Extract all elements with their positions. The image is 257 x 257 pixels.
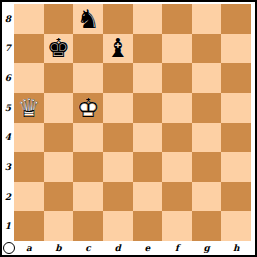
square-h3[interactable] [221,152,251,182]
square-b3[interactable] [44,152,74,182]
file-label-g: g [192,241,222,255]
square-a1[interactable] [14,211,44,241]
rank-labels: 87654321 [2,4,14,241]
rank-label-8: 8 [2,4,14,34]
rank-label-5: 5 [2,93,14,123]
square-b2[interactable] [44,182,74,212]
square-b7[interactable]: ♚ [44,34,74,64]
square-h1[interactable] [221,211,251,241]
square-e3[interactable] [133,152,163,182]
square-g3[interactable] [192,152,222,182]
file-label-c: c [73,241,103,255]
rank-label-1: 1 [2,211,14,241]
square-e7[interactable] [133,34,163,64]
square-c5[interactable]: ♚♔ [73,93,103,123]
square-h8[interactable] [221,4,251,34]
square-e4[interactable] [133,123,163,153]
square-f7[interactable] [162,34,192,64]
square-h4[interactable] [221,123,251,153]
square-a3[interactable] [14,152,44,182]
square-b6[interactable] [44,63,74,93]
rank-label-6: 6 [2,63,14,93]
square-a4[interactable] [14,123,44,153]
square-h2[interactable] [221,182,251,212]
square-d1[interactable] [103,211,133,241]
square-g4[interactable] [192,123,222,153]
file-label-e: e [133,241,163,255]
rank-label-4: 4 [2,123,14,153]
square-a6[interactable] [14,63,44,93]
file-label-f: f [162,241,192,255]
square-h7[interactable] [221,34,251,64]
square-c7[interactable] [73,34,103,64]
black-king[interactable]: ♚ [44,34,74,64]
square-c2[interactable] [73,182,103,212]
square-g5[interactable] [192,93,222,123]
square-g7[interactable] [192,34,222,64]
rank-label-2: 2 [2,182,14,212]
square-e6[interactable] [133,63,163,93]
square-g2[interactable] [192,182,222,212]
square-h6[interactable] [221,63,251,93]
square-e1[interactable] [133,211,163,241]
square-g6[interactable] [192,63,222,93]
square-g1[interactable] [192,211,222,241]
square-b5[interactable] [44,93,74,123]
square-f2[interactable] [162,182,192,212]
white-king[interactable]: ♚♔ [73,93,103,123]
square-f4[interactable] [162,123,192,153]
file-labels: abcdefgh [14,241,251,255]
square-c3[interactable] [73,152,103,182]
square-f3[interactable] [162,152,192,182]
square-d2[interactable] [103,182,133,212]
rank-label-7: 7 [2,34,14,64]
white-to-move-indicator [3,242,15,254]
square-d8[interactable] [103,4,133,34]
square-a8[interactable] [14,4,44,34]
square-d6[interactable] [103,63,133,93]
square-d4[interactable] [103,123,133,153]
square-c4[interactable] [73,123,103,153]
square-g8[interactable] [192,4,222,34]
square-d5[interactable] [103,93,133,123]
square-e2[interactable] [133,182,163,212]
square-f5[interactable] [162,93,192,123]
white-queen[interactable]: ♛♕ [14,93,44,123]
square-a5[interactable]: ♛♕ [14,93,44,123]
square-d7[interactable]: ♝ [103,34,133,64]
square-c1[interactable] [73,211,103,241]
square-f1[interactable] [162,211,192,241]
rank-label-3: 3 [2,152,14,182]
square-b4[interactable] [44,123,74,153]
square-c6[interactable] [73,63,103,93]
black-knight[interactable]: ♞ [73,4,103,34]
file-label-h: h [221,241,251,255]
square-f8[interactable] [162,4,192,34]
square-e8[interactable] [133,4,163,34]
square-b1[interactable] [44,211,74,241]
file-label-d: d [103,241,133,255]
file-label-a: a [14,241,44,255]
square-e5[interactable] [133,93,163,123]
chess-board: ♞♚♝♛♕♚♔ [14,4,251,241]
square-d3[interactable] [103,152,133,182]
square-b8[interactable] [44,4,74,34]
square-h5[interactable] [221,93,251,123]
black-bishop[interactable]: ♝ [103,34,133,64]
square-c8[interactable]: ♞ [73,4,103,34]
square-a7[interactable] [14,34,44,64]
square-a2[interactable] [14,182,44,212]
square-f6[interactable] [162,63,192,93]
file-label-b: b [44,241,74,255]
